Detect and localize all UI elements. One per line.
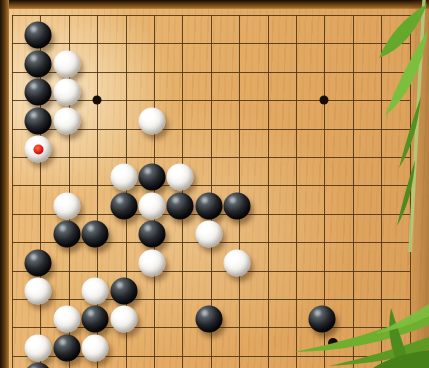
white-stone (82, 334, 109, 361)
white-stone (25, 334, 52, 361)
white-stone (195, 221, 222, 248)
white-stone (53, 192, 80, 219)
last-move-marker (33, 144, 43, 154)
white-stone (53, 306, 80, 333)
white-stone (110, 306, 137, 333)
white-stone (167, 164, 194, 191)
black-stone (25, 363, 52, 368)
black-stone (110, 278, 137, 305)
white-stone (110, 164, 137, 191)
white-stone (139, 192, 166, 219)
white-stone (53, 50, 80, 77)
black-stone (139, 164, 166, 191)
go-board-scene (0, 0, 429, 368)
black-stone (224, 192, 251, 219)
white-stone (53, 79, 80, 106)
white-stone (139, 107, 166, 134)
black-stone (53, 334, 80, 361)
black-stone (25, 249, 52, 276)
white-stone (139, 249, 166, 276)
white-stone (25, 278, 52, 305)
black-stone (309, 306, 336, 333)
black-stone (195, 306, 222, 333)
black-stone (167, 192, 194, 219)
white-stone (82, 278, 109, 305)
black-stone (110, 192, 137, 219)
black-stone (82, 221, 109, 248)
white-stone (224, 249, 251, 276)
white-stone (25, 136, 52, 163)
white-stone (53, 107, 80, 134)
black-stone (82, 306, 109, 333)
black-stone (25, 22, 52, 49)
black-stone (25, 79, 52, 106)
black-stone (53, 221, 80, 248)
black-stone (25, 50, 52, 77)
stone-layer (0, 0, 429, 368)
black-stone (139, 221, 166, 248)
black-stone (25, 107, 52, 134)
black-stone (195, 192, 222, 219)
